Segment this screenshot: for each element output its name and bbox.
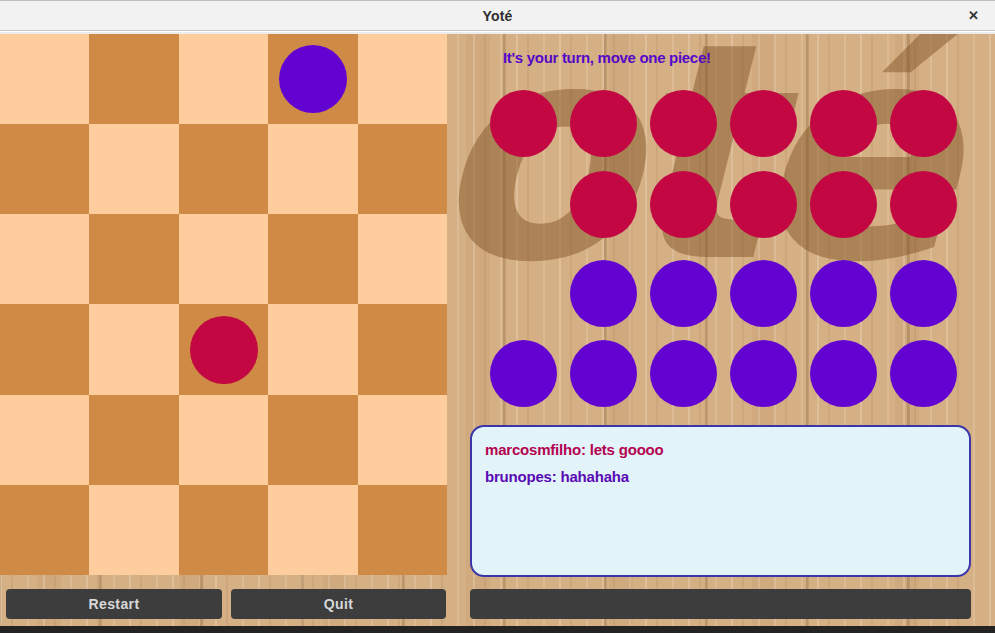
tray-piece-purple[interactable] <box>730 260 797 327</box>
tray-piece-purple[interactable] <box>650 340 717 407</box>
tray-piece-red[interactable] <box>490 90 557 157</box>
board-square[interactable] <box>89 34 178 124</box>
board-square[interactable] <box>358 214 447 304</box>
purple-piece[interactable] <box>279 45 347 113</box>
tray-piece-red[interactable] <box>570 90 637 157</box>
board-square[interactable] <box>89 304 178 394</box>
window-content: oté It's your turn, move one piece! marc… <box>0 34 995 626</box>
restart-button[interactable]: Restart <box>6 589 222 619</box>
board-square[interactable] <box>268 124 357 214</box>
right-panel: oté It's your turn, move one piece! marc… <box>447 34 995 626</box>
tray-piece-purple[interactable] <box>810 260 877 327</box>
tray-piece-purple[interactable] <box>570 340 637 407</box>
board-square[interactable] <box>89 124 178 214</box>
tray-piece-purple[interactable] <box>490 340 557 407</box>
red-piece[interactable] <box>190 316 258 384</box>
status-message: It's your turn, move one piece! <box>503 49 711 66</box>
board-square[interactable] <box>268 214 357 304</box>
board-square[interactable] <box>179 124 268 214</box>
tray-piece-red[interactable] <box>810 90 877 157</box>
board-square[interactable] <box>0 485 89 575</box>
tray-piece-red[interactable] <box>650 90 717 157</box>
window-titlebar: Yoté ✕ <box>0 0 995 31</box>
board-square[interactable] <box>0 304 89 394</box>
tray-piece-purple[interactable] <box>570 260 637 327</box>
board-square[interactable] <box>358 34 447 124</box>
tray-piece-red[interactable] <box>810 171 877 238</box>
window-bottom-edge <box>0 626 995 633</box>
board-square[interactable] <box>358 304 447 394</box>
tray-piece-red[interactable] <box>570 171 637 238</box>
chat-box: marcosmfilho: lets goooobrunopes: hahaha… <box>470 425 971 577</box>
chat-message: marcosmfilho: lets goooo <box>485 436 956 463</box>
tray-piece-purple[interactable] <box>810 340 877 407</box>
tray-piece-red[interactable] <box>890 171 957 238</box>
tray-piece-purple[interactable] <box>730 340 797 407</box>
board-square[interactable] <box>89 214 178 304</box>
board-square[interactable] <box>268 304 357 394</box>
quit-button[interactable]: Quit <box>231 589 446 619</box>
tray-piece-red[interactable] <box>650 171 717 238</box>
tray-piece-purple[interactable] <box>890 260 957 327</box>
board-square[interactable] <box>179 34 268 124</box>
board-square[interactable] <box>179 485 268 575</box>
board-square[interactable] <box>358 485 447 575</box>
board-square[interactable] <box>89 395 178 485</box>
close-icon[interactable]: ✕ <box>960 1 987 30</box>
tray-piece-red[interactable] <box>730 171 797 238</box>
chat-input[interactable] <box>470 589 971 619</box>
board-square[interactable] <box>0 395 89 485</box>
tray-piece-red[interactable] <box>890 90 957 157</box>
board-square[interactable] <box>0 34 89 124</box>
board-square[interactable] <box>268 485 357 575</box>
board-square[interactable] <box>179 395 268 485</box>
board-square[interactable] <box>0 124 89 214</box>
board-square[interactable] <box>358 124 447 214</box>
board-square[interactable] <box>0 214 89 304</box>
board-square[interactable] <box>89 485 178 575</box>
tray-piece-purple[interactable] <box>890 340 957 407</box>
window-title: Yoté <box>482 8 512 24</box>
board-square[interactable] <box>268 395 357 485</box>
game-board <box>0 34 447 575</box>
tray-piece-red[interactable] <box>730 90 797 157</box>
chat-message: brunopes: hahahaha <box>485 463 956 490</box>
board-square[interactable] <box>358 395 447 485</box>
board-square[interactable] <box>179 214 268 304</box>
tray-piece-purple[interactable] <box>650 260 717 327</box>
